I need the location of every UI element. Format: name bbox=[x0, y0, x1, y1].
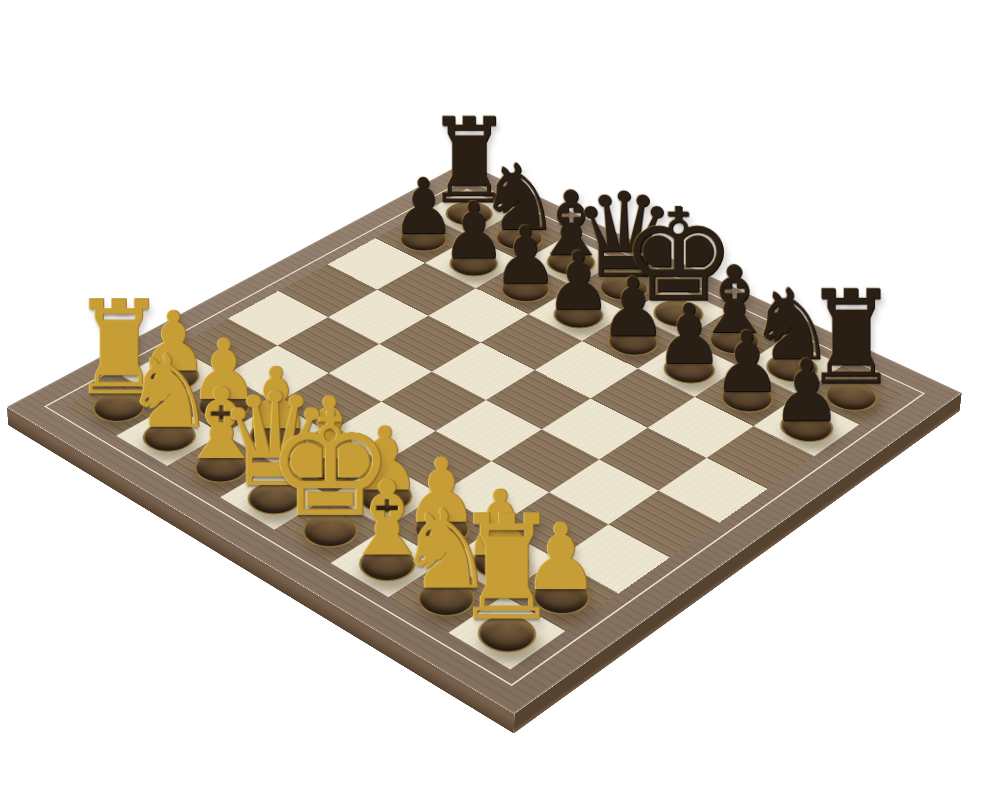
board-squares: ♜♞♝♛♚♝♞♜♟♟♟♟♟♟♟♟♟♟♟♟♟♟♟♟♜♞♝♛♚♝♞♜ bbox=[66, 189, 902, 670]
product-photo: ♜♞♝♛♚♝♞♜♟♟♟♟♟♟♟♟♟♟♟♟♟♟♟♟♜♞♝♛♚♝♞♜ bbox=[0, 0, 1000, 800]
photo-scene: ♜♞♝♛♚♝♞♜♟♟♟♟♟♟♟♟♟♟♟♟♟♟♟♟♜♞♝♛♚♝♞♜ bbox=[0, 0, 1000, 800]
white-rook-obelisk: ♜ bbox=[444, 495, 569, 640]
black-pawn-Anubis: ♟ bbox=[741, 348, 871, 433]
chess-board: ♜♞♝♛♚♝♞♜♟♟♟♟♟♟♟♟♟♟♟♟♟♟♟♟♜♞♝♛♚♝♞♜ bbox=[7, 162, 962, 714]
